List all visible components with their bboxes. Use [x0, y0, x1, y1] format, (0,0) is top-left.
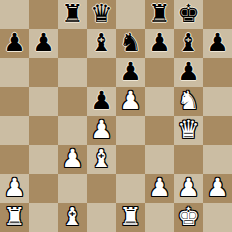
square-g6[interactable]: ♟	[174, 58, 203, 87]
square-e4[interactable]	[116, 116, 145, 145]
black-pawn[interactable]: ♟	[177, 58, 199, 86]
black-pawn[interactable]: ♟	[119, 58, 141, 86]
square-b7[interactable]: ♟	[29, 29, 58, 58]
square-c4[interactable]	[58, 116, 87, 145]
white-knight[interactable]: ♞	[177, 87, 199, 115]
square-b3[interactable]	[29, 145, 58, 174]
white-pawn[interactable]: ♟	[61, 145, 83, 173]
white-pawn[interactable]: ♟	[177, 174, 199, 202]
square-e8[interactable]	[116, 0, 145, 29]
square-c5[interactable]	[58, 87, 87, 116]
square-d3[interactable]: ♝	[87, 145, 116, 174]
square-a7[interactable]: ♟	[0, 29, 29, 58]
square-d2[interactable]	[87, 174, 116, 203]
square-d1[interactable]	[87, 203, 116, 232]
square-c8[interactable]: ♜	[58, 0, 87, 29]
square-h7[interactable]: ♟	[203, 29, 232, 58]
square-b5[interactable]	[29, 87, 58, 116]
square-d8[interactable]: ♛	[87, 0, 116, 29]
square-e3[interactable]	[116, 145, 145, 174]
black-queen[interactable]: ♛	[90, 0, 112, 28]
chess-board: ♜♛♜♚♟♟♝♞♟♝♟♟♟♟♟♞♟♛♟♝♟♟♟♟♜♝♜♚	[0, 0, 232, 232]
white-rook[interactable]: ♜	[3, 203, 25, 231]
square-a2[interactable]: ♟	[0, 174, 29, 203]
white-pawn[interactable]: ♟	[119, 87, 141, 115]
square-a3[interactable]	[0, 145, 29, 174]
square-g3[interactable]	[174, 145, 203, 174]
square-f2[interactable]: ♟	[145, 174, 174, 203]
square-e6[interactable]: ♟	[116, 58, 145, 87]
black-pawn[interactable]: ♟	[206, 29, 228, 57]
white-bishop[interactable]: ♝	[90, 145, 112, 173]
square-h8[interactable]	[203, 0, 232, 29]
square-c7[interactable]	[58, 29, 87, 58]
square-f1[interactable]	[145, 203, 174, 232]
white-king[interactable]: ♚	[177, 203, 199, 231]
black-knight[interactable]: ♞	[119, 29, 141, 57]
square-a6[interactable]	[0, 58, 29, 87]
white-bishop[interactable]: ♝	[61, 203, 83, 231]
square-g5[interactable]: ♞	[174, 87, 203, 116]
square-h1[interactable]	[203, 203, 232, 232]
black-bishop[interactable]: ♝	[177, 29, 199, 57]
square-g8[interactable]: ♚	[174, 0, 203, 29]
square-a4[interactable]	[0, 116, 29, 145]
black-pawn[interactable]: ♟	[90, 87, 112, 115]
square-g4[interactable]: ♛	[174, 116, 203, 145]
black-pawn[interactable]: ♟	[32, 29, 54, 57]
square-b4[interactable]	[29, 116, 58, 145]
square-f8[interactable]: ♜	[145, 0, 174, 29]
square-d5[interactable]: ♟	[87, 87, 116, 116]
square-b2[interactable]	[29, 174, 58, 203]
white-pawn[interactable]: ♟	[148, 174, 170, 202]
square-c3[interactable]: ♟	[58, 145, 87, 174]
square-f4[interactable]	[145, 116, 174, 145]
square-g2[interactable]: ♟	[174, 174, 203, 203]
square-b1[interactable]	[29, 203, 58, 232]
square-g1[interactable]: ♚	[174, 203, 203, 232]
square-h5[interactable]	[203, 87, 232, 116]
square-b8[interactable]	[29, 0, 58, 29]
square-e2[interactable]	[116, 174, 145, 203]
white-pawn[interactable]: ♟	[90, 116, 112, 144]
square-d6[interactable]	[87, 58, 116, 87]
square-h4[interactable]	[203, 116, 232, 145]
square-h6[interactable]	[203, 58, 232, 87]
white-rook[interactable]: ♜	[119, 203, 141, 231]
square-f5[interactable]	[145, 87, 174, 116]
black-bishop[interactable]: ♝	[90, 29, 112, 57]
square-d4[interactable]: ♟	[87, 116, 116, 145]
white-pawn[interactable]: ♟	[206, 174, 228, 202]
square-a8[interactable]	[0, 0, 29, 29]
square-f6[interactable]	[145, 58, 174, 87]
square-e5[interactable]: ♟	[116, 87, 145, 116]
square-g7[interactable]: ♝	[174, 29, 203, 58]
square-d7[interactable]: ♝	[87, 29, 116, 58]
square-h3[interactable]	[203, 145, 232, 174]
square-f7[interactable]: ♟	[145, 29, 174, 58]
square-b6[interactable]	[29, 58, 58, 87]
square-h2[interactable]: ♟	[203, 174, 232, 203]
black-rook[interactable]: ♜	[148, 0, 170, 28]
square-f3[interactable]	[145, 145, 174, 174]
white-queen[interactable]: ♛	[177, 116, 199, 144]
black-rook[interactable]: ♜	[61, 0, 83, 28]
square-e7[interactable]: ♞	[116, 29, 145, 58]
square-c1[interactable]: ♝	[58, 203, 87, 232]
square-a1[interactable]: ♜	[0, 203, 29, 232]
black-pawn[interactable]: ♟	[148, 29, 170, 57]
black-king[interactable]: ♚	[177, 0, 199, 28]
square-e1[interactable]: ♜	[116, 203, 145, 232]
square-a5[interactable]	[0, 87, 29, 116]
white-pawn[interactable]: ♟	[3, 174, 25, 202]
black-pawn[interactable]: ♟	[3, 29, 25, 57]
square-c6[interactable]	[58, 58, 87, 87]
square-c2[interactable]	[58, 174, 87, 203]
